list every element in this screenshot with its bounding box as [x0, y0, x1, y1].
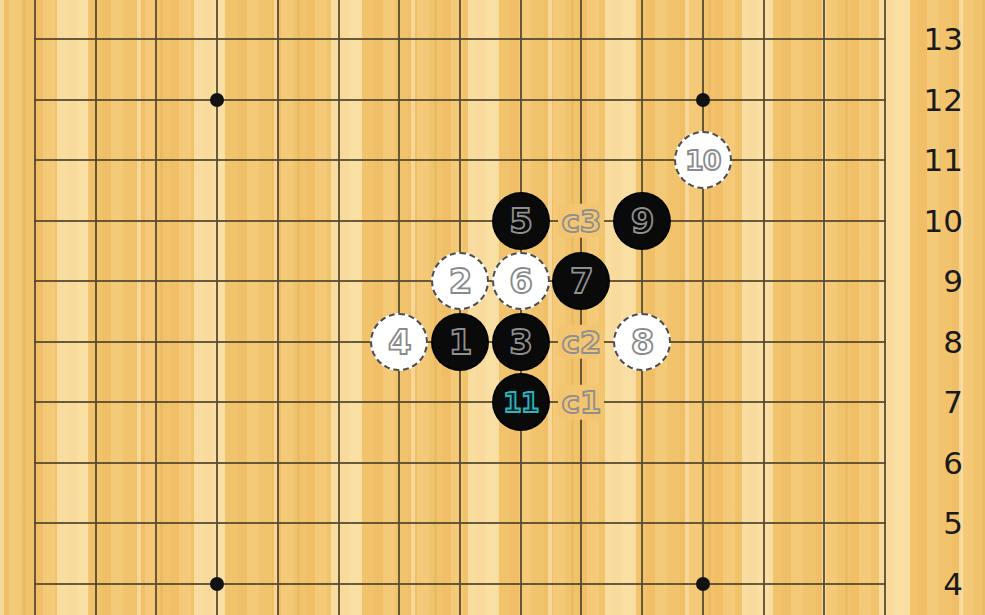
grid-line-horizontal [34, 159, 886, 161]
stone-6-i9: 6 [492, 252, 550, 310]
stone-11-i7: 11 [492, 373, 550, 431]
row-label-4: 4 [893, 569, 963, 600]
grid-line-horizontal [34, 522, 886, 524]
stone-2-h9: 2 [431, 252, 489, 310]
stone-number: 4 [388, 325, 411, 359]
stone-number: 6 [509, 264, 532, 298]
goban[interactable]: 13121110987654c1c2c31234567891011 [0, 0, 985, 615]
stone-number: 7 [570, 264, 593, 298]
star-point [696, 577, 710, 591]
grid-line-horizontal [34, 38, 886, 40]
grid-line-horizontal [34, 401, 886, 403]
mark-c1[interactable]: c1 [558, 385, 604, 420]
stone-1-h8: 1 [431, 313, 489, 371]
stone-number: 8 [631, 325, 654, 359]
star-point [210, 577, 224, 591]
grid-line-horizontal [34, 462, 886, 464]
board-area: 13121110987654c1c2c31234567891011 [0, 0, 985, 615]
row-label-7: 7 [893, 387, 963, 418]
stone-7-j9: 7 [552, 252, 610, 310]
grid-line-horizontal [34, 99, 886, 101]
star-point [210, 93, 224, 107]
row-label-13: 13 [893, 24, 963, 55]
stone-number: 1 [449, 325, 472, 359]
stone-number: 11 [503, 389, 539, 416]
mark-c3[interactable]: c3 [558, 203, 604, 238]
stone-9-k10: 9 [613, 192, 671, 250]
row-label-11: 11 [893, 145, 963, 176]
row-label-5: 5 [893, 508, 963, 539]
row-label-8: 8 [893, 326, 963, 357]
stone-number: 10 [685, 147, 721, 174]
stone-number: 2 [449, 264, 472, 298]
stone-number: 5 [509, 204, 532, 238]
stone-4-g8: 4 [370, 313, 428, 371]
row-label-6: 6 [893, 447, 963, 478]
stone-5-i10: 5 [492, 192, 550, 250]
star-point [696, 93, 710, 107]
stone-10-l11: 10 [674, 131, 732, 189]
row-label-12: 12 [893, 84, 963, 115]
mark-c2[interactable]: c2 [558, 324, 604, 359]
row-label-10: 10 [893, 205, 963, 236]
grid-line-horizontal [34, 583, 886, 585]
stone-number: 3 [509, 325, 532, 359]
stone-3-i8: 3 [492, 313, 550, 371]
stone-number: 9 [631, 204, 654, 238]
grid-line-horizontal [34, 220, 886, 222]
stone-8-k8: 8 [613, 313, 671, 371]
row-label-9: 9 [893, 266, 963, 297]
